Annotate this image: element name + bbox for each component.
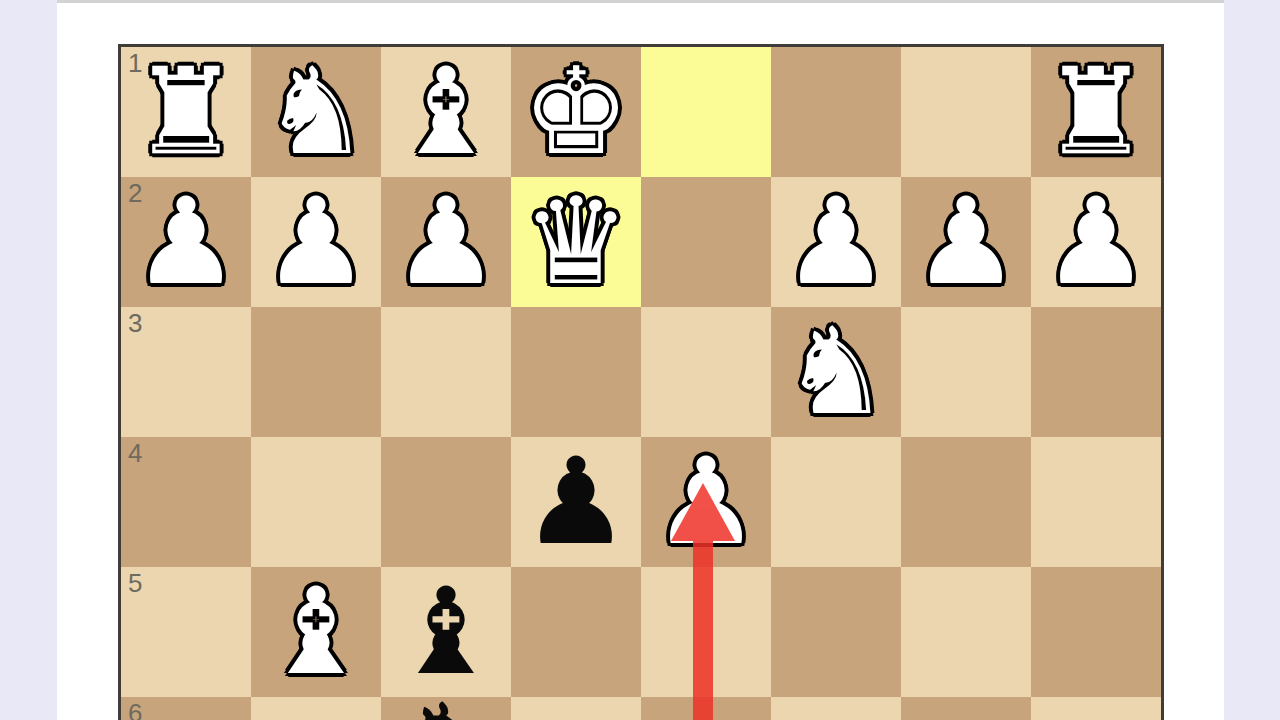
square-h1[interactable]: 1♜ — [121, 47, 251, 177]
square-g2[interactable]: ♟ — [251, 177, 381, 307]
square-b4[interactable] — [901, 437, 1031, 567]
square-h2[interactable]: 2♟ — [121, 177, 251, 307]
square-b2[interactable]: ♟ — [901, 177, 1031, 307]
square-f1[interactable]: ♝ — [381, 47, 511, 177]
piece-wK-e1[interactable]: ♚ — [511, 47, 641, 177]
piece-bN-f6[interactable]: ♞ — [381, 683, 511, 720]
square-a3[interactable] — [1031, 307, 1161, 437]
square-b5[interactable] — [901, 567, 1031, 697]
square-c3[interactable]: ♞ — [771, 307, 901, 437]
square-c4[interactable] — [771, 437, 901, 567]
piece-wP-b2[interactable]: ♟ — [901, 177, 1031, 307]
square-a1[interactable]: ♜ — [1031, 47, 1161, 177]
square-e4[interactable]: ♟ — [511, 437, 641, 567]
top-divider-line — [57, 0, 1224, 3]
piece-wP-f2[interactable]: ♟ — [381, 177, 511, 307]
square-e3[interactable] — [511, 307, 641, 437]
square-h4[interactable]: 4 — [121, 437, 251, 567]
piece-wP-c2[interactable]: ♟ — [771, 177, 901, 307]
piece-wQ-e2[interactable]: ♛ — [511, 177, 641, 307]
page-gutter-right — [1224, 0, 1280, 720]
rank-label-5: 5 — [128, 568, 142, 598]
piece-wB-g5[interactable]: ♝ — [251, 567, 381, 697]
page-gutter-left — [0, 0, 57, 720]
square-g1[interactable]: ♞ — [251, 47, 381, 177]
square-b3[interactable] — [901, 307, 1031, 437]
square-g3[interactable] — [251, 307, 381, 437]
square-f2[interactable]: ♟ — [381, 177, 511, 307]
square-c2[interactable]: ♟ — [771, 177, 901, 307]
piece-wN-g1[interactable]: ♞ — [251, 47, 381, 177]
piece-bP-e4[interactable]: ♟ — [511, 437, 641, 567]
square-b6[interactable] — [901, 697, 1031, 720]
rank-label-3: 3 — [128, 308, 142, 338]
piece-wP-g2[interactable]: ♟ — [251, 177, 381, 307]
square-a2[interactable]: ♟ — [1031, 177, 1161, 307]
square-e2[interactable]: ♛ — [511, 177, 641, 307]
square-c5[interactable] — [771, 567, 901, 697]
square-d5[interactable] — [641, 567, 771, 697]
square-d6[interactable] — [641, 697, 771, 720]
piece-wR-h1[interactable]: ♜ — [121, 47, 251, 177]
square-d4[interactable]: ♟ — [641, 437, 771, 567]
square-g5[interactable]: ♝ — [251, 567, 381, 697]
piece-wP-a2[interactable]: ♟ — [1031, 177, 1161, 307]
square-g6[interactable] — [251, 697, 381, 720]
rank-label-6: 6 — [128, 698, 142, 720]
square-a6[interactable] — [1031, 697, 1161, 720]
square-a5[interactable] — [1031, 567, 1161, 697]
square-d3[interactable] — [641, 307, 771, 437]
square-f3[interactable] — [381, 307, 511, 437]
square-h6[interactable]: 6 — [121, 697, 251, 720]
piece-wP-d4[interactable]: ♟ — [641, 437, 771, 567]
square-e5[interactable] — [511, 567, 641, 697]
square-h3[interactable]: 3 — [121, 307, 251, 437]
chess-board[interactable]: 1♜♞♝♚♜2♟♟♟♛♟♟♟3♞4♟♟5♝♝6♞ — [118, 44, 1164, 720]
rank-label-4: 4 — [128, 438, 142, 468]
piece-wN-c3[interactable]: ♞ — [771, 307, 901, 437]
square-e1[interactable]: ♚ — [511, 47, 641, 177]
square-c6[interactable] — [771, 697, 901, 720]
square-f4[interactable] — [381, 437, 511, 567]
square-g4[interactable] — [251, 437, 381, 567]
piece-wB-f1[interactable]: ♝ — [381, 47, 511, 177]
square-f6[interactable]: ♞ — [381, 697, 511, 720]
square-e6[interactable] — [511, 697, 641, 720]
piece-wP-h2[interactable]: ♟ — [121, 177, 251, 307]
square-d2[interactable] — [641, 177, 771, 307]
square-c1[interactable] — [771, 47, 901, 177]
square-d1[interactable] — [641, 47, 771, 177]
piece-wR-a1[interactable]: ♜ — [1031, 47, 1161, 177]
square-a4[interactable] — [1031, 437, 1161, 567]
square-h5[interactable]: 5 — [121, 567, 251, 697]
square-b1[interactable] — [901, 47, 1031, 177]
